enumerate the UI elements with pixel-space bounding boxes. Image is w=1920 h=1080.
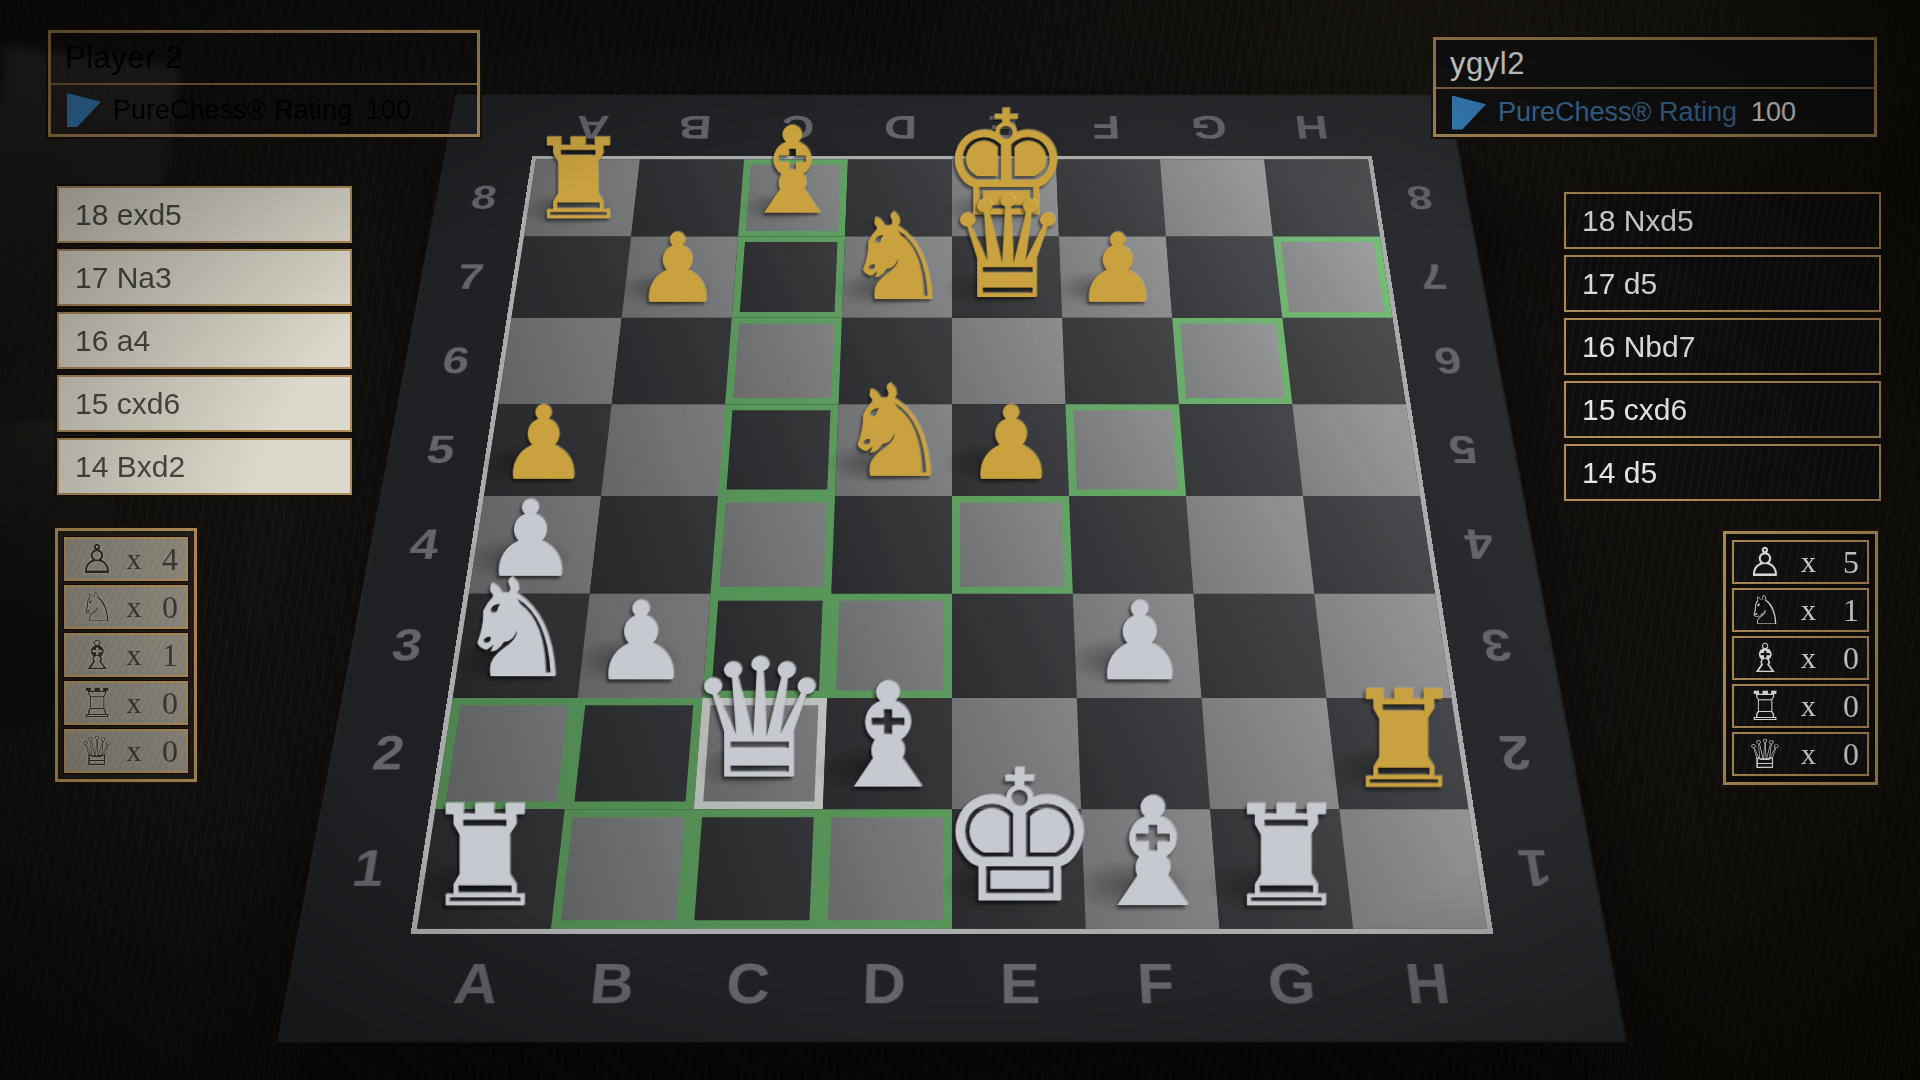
multiplier-symbol: x <box>120 734 148 768</box>
captured-row-rook: ♖x0 <box>1732 684 1869 728</box>
rank-label-far-5: 5 <box>1406 404 1522 496</box>
piece-silver-pawn-b3[interactable]: ♟ <box>592 591 689 694</box>
captured-tray-left: ♙x4♘x0♗x1♖x0♕x0 <box>55 528 197 782</box>
board-grid[interactable]: ♜♝♚♟♞♛♟♟♞♟♟♞♟♟♛♝♜♜♚♝♜ <box>417 159 1487 928</box>
captured-row-knight: ♘x0 <box>64 585 188 629</box>
piece-silver-king-e1[interactable]: ♚ <box>937 751 1101 925</box>
player-right-name: ygyl2 <box>1450 46 1525 82</box>
move-row: 15 cxd6 <box>57 375 352 432</box>
player-left-panel: Player 2 PureChess® Rating 100 <box>48 30 480 137</box>
move-row: 16 Nbd7 <box>1564 318 1881 375</box>
move-row: 16 a4 <box>57 312 352 369</box>
captured-count-knight: 1 <box>1829 592 1859 629</box>
square-f6[interactable] <box>1062 318 1179 404</box>
piece-silver-rook-g1[interactable]: ♜ <box>1223 792 1348 924</box>
captured-row-pawn: ♙x5 <box>1732 540 1869 584</box>
multiplier-symbol: x <box>120 590 148 624</box>
rank-label-far-1: 1 <box>1468 809 1603 928</box>
multiplier-symbol: x <box>120 686 148 720</box>
captured-count-knight: 0 <box>148 589 178 626</box>
file-label-D: D <box>814 929 952 1040</box>
rook-icon: ♖ <box>74 683 120 723</box>
square-c2[interactable]: ♛ <box>694 698 827 809</box>
move-row: 17 Na3 <box>57 249 352 306</box>
purechess-logo-icon <box>67 93 101 127</box>
square-a7[interactable] <box>512 236 632 317</box>
square-e5[interactable]: ♟ <box>952 404 1069 496</box>
square-d2[interactable]: ♝ <box>823 698 952 809</box>
multiplier-symbol: x <box>1788 737 1829 771</box>
queen-icon: ♕ <box>74 731 120 771</box>
rook-icon: ♖ <box>1742 686 1788 726</box>
piece-silver-rook-a1[interactable]: ♜ <box>422 792 547 924</box>
captured-row-knight: ♘x1 <box>1732 588 1869 632</box>
square-e4[interactable] <box>952 496 1073 594</box>
move-list-right: 18 Nxd517 d516 Nbd715 cxd614 d5 <box>1564 192 1881 501</box>
square-c4[interactable] <box>710 496 835 594</box>
rank-label-far-7: 7 <box>1380 236 1489 317</box>
piece-gold-rook-h2[interactable]: ♜ <box>1343 678 1464 806</box>
square-g5[interactable] <box>1179 404 1303 496</box>
square-c7[interactable] <box>732 236 845 317</box>
file-label-G: G <box>1219 929 1366 1040</box>
piece-silver-knight-a3[interactable]: ♞ <box>455 565 577 695</box>
piece-gold-bishop-c8[interactable]: ♝ <box>738 114 846 228</box>
square-g8[interactable] <box>1160 159 1273 236</box>
captured-row-pawn: ♙x4 <box>64 537 188 581</box>
rank-label-far-2: 2 <box>1451 698 1581 809</box>
piece-silver-pawn-f3[interactable]: ♟ <box>1090 591 1187 694</box>
player-right-rating-row: PureChess® Rating 100 <box>1436 89 1874 136</box>
captured-row-queen: ♕x0 <box>64 729 188 773</box>
rank-label-1: 1 <box>301 809 436 928</box>
board-plane: ♜♝♚♟♞♛♟♟♞♟♟♞♟♟♛♝♜♜♚♝♜ ABCDEFGH ABCDEFGH … <box>280 96 1625 1040</box>
move-row: 17 d5 <box>1564 255 1881 312</box>
pawn-icon: ♙ <box>74 539 120 579</box>
captured-count-queen: 0 <box>148 733 178 770</box>
captured-count-rook: 0 <box>1829 688 1859 725</box>
square-b7[interactable]: ♟ <box>622 236 738 317</box>
square-g1[interactable]: ♜ <box>1210 809 1353 928</box>
square-e3[interactable] <box>952 594 1077 698</box>
file-labels-bottom: ABCDEFGH <box>400 929 1504 1040</box>
square-f1[interactable]: ♝ <box>1081 809 1219 928</box>
captured-count-pawn: 5 <box>1829 544 1859 581</box>
square-a1[interactable]: ♜ <box>417 809 565 928</box>
piece-gold-rook-a8[interactable]: ♜ <box>528 128 628 234</box>
square-h8[interactable] <box>1264 159 1380 236</box>
purechess-logo-icon <box>1452 96 1486 130</box>
square-d5[interactable]: ♞ <box>835 404 952 496</box>
square-b5[interactable] <box>601 404 725 496</box>
rank-label-far-6: 6 <box>1392 318 1504 404</box>
player-left-name: Player 2 <box>65 40 183 76</box>
multiplier-symbol: x <box>120 638 148 672</box>
file-label-H: H <box>1353 929 1504 1040</box>
square-e7[interactable]: ♛ <box>952 236 1062 317</box>
player-left-rating-label: PureChess® Rating <box>113 95 352 126</box>
rank-label-far-4: 4 <box>1420 496 1540 594</box>
multiplier-symbol: x <box>1788 593 1829 627</box>
captured-row-queen: ♕x0 <box>1732 732 1869 776</box>
captured-row-bishop: ♗x0 <box>1732 636 1869 680</box>
rank-label-6: 6 <box>399 318 511 404</box>
captured-count-pawn: 4 <box>148 541 178 578</box>
square-h4[interactable] <box>1303 496 1435 594</box>
square-h6[interactable] <box>1282 318 1405 404</box>
piece-silver-bishop-f1[interactable]: ♝ <box>1085 781 1220 924</box>
rank-label-far-8: 8 <box>1368 159 1473 236</box>
captured-tray-right: ♙x5♘x1♗x0♖x0♕x0 <box>1723 531 1878 785</box>
move-row: 14 Bxd2 <box>57 438 352 495</box>
knight-icon: ♘ <box>74 587 120 627</box>
captured-count-bishop: 0 <box>1829 640 1859 677</box>
rank-label-7: 7 <box>416 236 525 317</box>
square-e1[interactable]: ♚ <box>952 809 1086 928</box>
file-label-E: E <box>952 929 1090 1040</box>
square-b2[interactable] <box>565 698 703 809</box>
multiplier-symbol: x <box>1788 641 1829 675</box>
square-d4[interactable] <box>831 496 952 594</box>
piece-gold-pawn-f7[interactable]: ♟ <box>1074 224 1160 315</box>
square-h5[interactable] <box>1292 404 1420 496</box>
square-g3[interactable] <box>1194 594 1327 698</box>
player-right-rating-value: 100 <box>1751 97 1796 128</box>
player-left-rating-value: 100 <box>366 95 411 126</box>
square-g7[interactable] <box>1166 236 1282 317</box>
player-left-name-row: Player 2 <box>51 33 477 85</box>
file-label-F: F <box>1086 929 1228 1040</box>
player-right-panel: ygyl2 PureChess® Rating 100 <box>1433 37 1877 137</box>
piece-gold-pawn-e5[interactable]: ♟ <box>965 396 1056 493</box>
move-row: 18 exd5 <box>57 186 352 243</box>
square-g4[interactable] <box>1186 496 1314 594</box>
square-f7[interactable]: ♟ <box>1059 236 1172 317</box>
multiplier-symbol: x <box>1788 545 1829 579</box>
piece-gold-knight-d5[interactable]: ♞ <box>836 371 951 492</box>
piece-silver-bishop-d2[interactable]: ♝ <box>822 667 952 805</box>
square-c5[interactable] <box>718 404 839 496</box>
file-label-far-D: D <box>848 96 952 160</box>
file-label-far-B: B <box>640 96 749 160</box>
captured-count-bishop: 1 <box>148 637 178 674</box>
square-g6[interactable] <box>1172 318 1292 404</box>
square-h1[interactable] <box>1339 809 1487 928</box>
captured-row-rook: ♖x0 <box>64 681 188 725</box>
file-label-far-H: H <box>1257 96 1368 160</box>
square-h7[interactable] <box>1273 236 1393 317</box>
rank-label-3: 3 <box>344 594 469 698</box>
knight-icon: ♘ <box>1742 590 1788 630</box>
move-row: 18 Nxd5 <box>1564 192 1881 249</box>
move-row: 14 d5 <box>1564 444 1881 501</box>
captured-count-queen: 0 <box>1829 736 1859 773</box>
bishop-icon: ♗ <box>1742 638 1788 678</box>
piece-gold-pawn-b7[interactable]: ♟ <box>634 224 720 315</box>
square-d7[interactable]: ♞ <box>842 236 952 317</box>
player-right-rating-label: PureChess® Rating <box>1498 97 1737 128</box>
file-label-A: A <box>400 929 551 1040</box>
queen-icon: ♕ <box>1742 734 1788 774</box>
multiplier-symbol: x <box>1788 689 1829 723</box>
bishop-icon: ♗ <box>74 635 120 675</box>
square-c6[interactable] <box>725 318 842 404</box>
square-a3[interactable]: ♞ <box>453 594 590 698</box>
square-f5[interactable] <box>1065 404 1186 496</box>
piece-gold-knight-d7[interactable]: ♞ <box>843 201 951 315</box>
piece-gold-queen-e7[interactable]: ♛ <box>944 181 1070 315</box>
player-right-name-row: ygyl2 <box>1436 40 1874 89</box>
file-label-far-G: G <box>1155 96 1264 160</box>
pure-chess-scene: ♜♝♚♟♞♛♟♟♞♟♟♞♟♟♛♝♜♜♚♝♜ ABCDEFGH ABCDEFGH … <box>0 0 1920 1080</box>
file-label-C: C <box>676 929 818 1040</box>
square-d1[interactable] <box>818 809 952 928</box>
square-b1[interactable] <box>551 809 694 928</box>
multiplier-symbol: x <box>120 542 148 576</box>
square-c8[interactable]: ♝ <box>738 159 848 236</box>
square-f3[interactable]: ♟ <box>1073 594 1202 698</box>
piece-silver-queen-c2[interactable]: ♛ <box>685 641 833 798</box>
captured-row-bishop: ♗x1 <box>64 633 188 677</box>
square-a8[interactable]: ♜ <box>524 159 640 236</box>
square-b6[interactable] <box>612 318 732 404</box>
file-label-B: B <box>538 929 685 1040</box>
move-list-left: 18 exd517 Na316 a415 cxd614 Bxd2 <box>57 186 352 495</box>
captured-count-rook: 0 <box>148 685 178 722</box>
square-c1[interactable] <box>685 809 823 928</box>
move-row: 15 cxd6 <box>1564 381 1881 438</box>
rank-label-8: 8 <box>431 159 536 236</box>
rank-label-5: 5 <box>382 404 498 496</box>
pawn-icon: ♙ <box>1742 542 1788 582</box>
player-left-rating-row: PureChess® Rating 100 <box>51 85 477 135</box>
